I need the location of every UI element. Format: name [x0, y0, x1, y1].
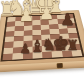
- piece-dark-pawn-g6: ♟: [60, 11, 75, 28]
- chess-set-photo: ♜♞♝♛♚♝♟♟♟♟♝♞♚♜: [0, 0, 84, 84]
- piece-light-pawn-c7: ♟: [19, 7, 35, 24]
- piece-dark-rook-g2: ♜: [66, 38, 79, 52]
- pieces-layer: ♜♞♝♛♚♝♟♟♟♟♝♞♚♜: [0, 0, 84, 84]
- piece-light-pawn-e7: ♟: [39, 5, 55, 22]
